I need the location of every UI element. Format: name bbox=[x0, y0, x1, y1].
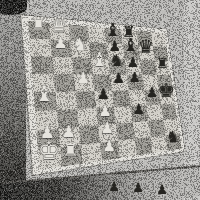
black-pawn-d4[interactable]: ♟ bbox=[97, 87, 110, 102]
white-queen-b8[interactable]: ♛ bbox=[49, 14, 69, 36]
captured-black-pawn-3[interactable]: ♟ bbox=[156, 183, 168, 196]
square-e4[interactable] bbox=[112, 90, 131, 107]
black-pawn-g4[interactable]: ♟ bbox=[146, 86, 158, 99]
white-bishop-d6[interactable]: ♝ bbox=[91, 51, 108, 70]
white-pawn-b2[interactable]: ♟ bbox=[62, 124, 76, 140]
square-a7[interactable] bbox=[30, 38, 53, 57]
captured-black-pawn-1[interactable]: ♟ bbox=[108, 180, 120, 193]
chessboard-photo: ♜♛♝♜♟♞♟♝♛♝♞♟♜♟♟♟♝♟♟♚♟♟♟♟♟♚♜♟♞♟♟♟ bbox=[0, 0, 200, 200]
square-e1[interactable] bbox=[118, 139, 137, 158]
square-e2[interactable] bbox=[116, 122, 135, 140]
white-king-a1[interactable]: ♚ bbox=[38, 138, 61, 163]
black-knight-h1[interactable]: ♞ bbox=[166, 129, 180, 145]
white-rook-b1[interactable]: ♜ bbox=[62, 141, 78, 159]
black-bishop-f7[interactable]: ♝ bbox=[123, 38, 139, 56]
white-bishop-a4[interactable]: ♝ bbox=[35, 84, 54, 105]
square-a6[interactable] bbox=[31, 56, 54, 74]
table-edge-area bbox=[0, 165, 200, 200]
square-c4[interactable] bbox=[75, 91, 96, 109]
white-rook-a8[interactable]: ♜ bbox=[31, 16, 47, 34]
black-rook-h6[interactable]: ♜ bbox=[156, 56, 169, 70]
square-b5[interactable] bbox=[54, 74, 76, 92]
white-pawn-d1[interactable]: ♟ bbox=[102, 138, 116, 153]
square-c3[interactable] bbox=[77, 108, 98, 127]
black-bishop-e8[interactable]: ♝ bbox=[105, 21, 121, 39]
white-pawn-d2[interactable]: ♟ bbox=[100, 121, 113, 136]
black-pawn-e5[interactable]: ♟ bbox=[112, 71, 125, 85]
captured-black-pawn-2[interactable]: ♟ bbox=[132, 181, 144, 194]
black-pawn-f3[interactable]: ♟ bbox=[133, 102, 145, 116]
square-h3[interactable] bbox=[161, 104, 177, 120]
black-pawn-f5[interactable]: ♟ bbox=[129, 71, 141, 85]
black-king-h4[interactable]: ♚ bbox=[158, 81, 175, 101]
white-pawn-b7[interactable]: ♟ bbox=[54, 36, 68, 51]
square-b4[interactable] bbox=[55, 92, 77, 111]
white-knight-c7[interactable]: ♞ bbox=[72, 35, 88, 53]
square-d8[interactable] bbox=[87, 26, 106, 43]
black-knight-e6[interactable]: ♞ bbox=[109, 53, 124, 70]
black-pawn-f6[interactable]: ♟ bbox=[127, 56, 139, 70]
white-pawn-c5[interactable]: ♟ bbox=[76, 70, 90, 85]
white-pawn-d3[interactable]: ♟ bbox=[99, 104, 112, 119]
square-c1[interactable] bbox=[81, 143, 102, 164]
square-e3[interactable] bbox=[114, 106, 133, 124]
square-b6[interactable] bbox=[52, 57, 74, 75]
black-queen-g7[interactable]: ♛ bbox=[137, 37, 154, 56]
